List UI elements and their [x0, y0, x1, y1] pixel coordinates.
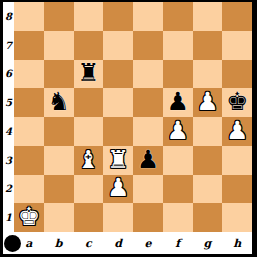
rank-label-7: 7 [3, 31, 14, 60]
square-d4[interactable] [103, 117, 133, 146]
square-g2[interactable] [193, 175, 223, 204]
white-pawn[interactable]: ♟ [166, 118, 188, 143]
file-label-b: b [44, 232, 74, 254]
square-c5[interactable] [74, 88, 104, 117]
square-b4[interactable] [44, 117, 74, 146]
square-b7[interactable] [44, 31, 74, 60]
file-label-g: g [193, 232, 223, 254]
black-pawn[interactable]: ♟ [137, 147, 159, 172]
square-a5[interactable] [14, 88, 44, 117]
black-rook[interactable]: ♜ [77, 60, 99, 85]
square-d1[interactable] [103, 203, 133, 232]
white-pawn[interactable]: ♟ [196, 89, 218, 114]
file-label-h: h [222, 232, 252, 254]
file-label-f: f [163, 232, 193, 254]
square-f5[interactable]: ♟ [163, 88, 193, 117]
square-g4[interactable] [193, 117, 223, 146]
square-b2[interactable] [44, 175, 74, 204]
square-c6[interactable]: ♜ [74, 60, 104, 89]
square-a4[interactable] [14, 117, 44, 146]
square-f4[interactable]: ♟ [163, 117, 193, 146]
square-a8[interactable] [14, 2, 44, 31]
rank-label-3: 3 [3, 146, 14, 175]
square-f6[interactable] [163, 60, 193, 89]
square-d5[interactable] [103, 88, 133, 117]
square-h1[interactable] [222, 203, 252, 232]
white-bishop[interactable]: ♝ [77, 147, 99, 172]
square-f1[interactable] [163, 203, 193, 232]
square-e7[interactable] [133, 31, 163, 60]
square-b6[interactable] [44, 60, 74, 89]
square-f8[interactable] [163, 2, 193, 31]
white-pawn[interactable]: ♟ [107, 175, 129, 200]
black-knight[interactable]: ♞ [47, 89, 69, 114]
square-f3[interactable] [163, 146, 193, 175]
square-h3[interactable] [222, 146, 252, 175]
file-label-d: d [103, 232, 133, 254]
square-f2[interactable] [163, 175, 193, 204]
square-e1[interactable] [133, 203, 163, 232]
square-g3[interactable] [193, 146, 223, 175]
file-label-e: e [133, 232, 163, 254]
white-pawn[interactable]: ♟ [226, 118, 248, 143]
square-h2[interactable] [222, 175, 252, 204]
square-g1[interactable] [193, 203, 223, 232]
square-d7[interactable] [103, 31, 133, 60]
square-e4[interactable] [133, 117, 163, 146]
rank-label-8: 8 [3, 2, 14, 31]
square-c4[interactable] [74, 117, 104, 146]
square-h6[interactable] [222, 60, 252, 89]
square-d6[interactable] [103, 60, 133, 89]
square-c7[interactable] [74, 31, 104, 60]
square-h7[interactable] [222, 31, 252, 60]
square-d3[interactable]: ♜ [103, 146, 133, 175]
rank-label-5: 5 [3, 88, 14, 117]
square-e2[interactable] [133, 175, 163, 204]
chess-diagram: 87654321 ♜♞♟♟♚♟♟♝♜♟♟♚ abcdefgh [0, 0, 257, 257]
square-e5[interactable] [133, 88, 163, 117]
square-h5[interactable]: ♚ [222, 88, 252, 117]
rank-labels: 87654321 [3, 2, 14, 232]
square-a1[interactable]: ♚ [14, 203, 44, 232]
square-h4[interactable]: ♟ [222, 117, 252, 146]
square-b1[interactable] [44, 203, 74, 232]
rank-label-6: 6 [3, 60, 14, 89]
white-rook[interactable]: ♜ [107, 147, 129, 172]
square-b5[interactable]: ♞ [44, 88, 74, 117]
square-d2[interactable]: ♟ [103, 175, 133, 204]
square-a3[interactable] [14, 146, 44, 175]
square-c3[interactable]: ♝ [74, 146, 104, 175]
square-a2[interactable] [14, 175, 44, 204]
square-c1[interactable] [74, 203, 104, 232]
square-c2[interactable] [74, 175, 104, 204]
chess-board[interactable]: ♜♞♟♟♚♟♟♝♜♟♟♚ [14, 2, 252, 232]
file-labels: abcdefgh [14, 232, 252, 254]
square-a6[interactable] [14, 60, 44, 89]
square-g6[interactable] [193, 60, 223, 89]
square-e6[interactable] [133, 60, 163, 89]
board-margin: 87654321 ♜♞♟♟♚♟♟♝♜♟♟♚ abcdefgh [3, 2, 252, 254]
square-g7[interactable] [193, 31, 223, 60]
square-h8[interactable] [222, 2, 252, 31]
square-e8[interactable] [133, 2, 163, 31]
square-a7[interactable] [14, 31, 44, 60]
rank-label-4: 4 [3, 117, 14, 146]
white-king[interactable]: ♚ [18, 204, 40, 229]
square-e3[interactable]: ♟ [133, 146, 163, 175]
file-label-c: c [74, 232, 104, 254]
square-b8[interactable] [44, 2, 74, 31]
square-g5[interactable]: ♟ [193, 88, 223, 117]
rank-label-2: 2 [3, 175, 14, 204]
black-king[interactable]: ♚ [226, 89, 248, 114]
square-f7[interactable] [163, 31, 193, 60]
side-to-move-indicator [4, 235, 21, 252]
square-g8[interactable] [193, 2, 223, 31]
square-c8[interactable] [74, 2, 104, 31]
square-b3[interactable] [44, 146, 74, 175]
black-pawn[interactable]: ♟ [166, 89, 188, 114]
rank-label-1: 1 [3, 203, 14, 232]
square-d8[interactable] [103, 2, 133, 31]
